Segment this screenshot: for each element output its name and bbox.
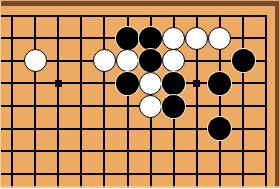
white-stone-O15 bbox=[139, 95, 162, 118]
black-stone-N18 bbox=[116, 27, 139, 50]
grid-line-h bbox=[0, 173, 267, 175]
grid-line-v bbox=[57, 15, 59, 189]
grid-line-v bbox=[103, 15, 105, 189]
frame-right-highlight bbox=[279, 0, 280, 188]
star-point bbox=[193, 80, 200, 87]
black-stone-R16 bbox=[208, 72, 231, 95]
black-stone-O17 bbox=[139, 49, 162, 72]
grid-line-v bbox=[11, 15, 13, 189]
grid-line-h bbox=[0, 15, 267, 17]
grid-line-h bbox=[0, 105, 267, 107]
black-stone-N16 bbox=[116, 72, 139, 95]
white-stone-Q18 bbox=[185, 27, 208, 50]
white-stone-M17 bbox=[93, 49, 116, 72]
frame-top-bar bbox=[0, 1, 280, 6]
black-stone-R14 bbox=[208, 117, 231, 140]
star-point bbox=[55, 80, 62, 87]
black-stone-P16 bbox=[162, 72, 185, 95]
white-stone-N17 bbox=[116, 49, 139, 72]
white-stone-O16 bbox=[139, 72, 162, 95]
grid-line-h bbox=[0, 150, 267, 152]
grid-line-v bbox=[80, 15, 82, 189]
white-stone-R18 bbox=[208, 27, 231, 50]
go-board[interactable] bbox=[0, 0, 280, 188]
black-stone-S17 bbox=[232, 49, 255, 72]
frame-bottom-edge bbox=[0, 186, 280, 188]
grid-line-v bbox=[265, 15, 267, 189]
frame-left-edge bbox=[0, 1, 1, 188]
grid-line-v bbox=[34, 15, 36, 189]
black-stone-P15 bbox=[162, 95, 185, 118]
white-stone-P18 bbox=[162, 27, 185, 50]
black-stone-O18 bbox=[139, 27, 162, 50]
white-stone-J17 bbox=[24, 49, 47, 72]
grid-line-v bbox=[242, 15, 244, 189]
white-stone-P17 bbox=[162, 49, 185, 72]
go-diagram bbox=[0, 0, 280, 188]
